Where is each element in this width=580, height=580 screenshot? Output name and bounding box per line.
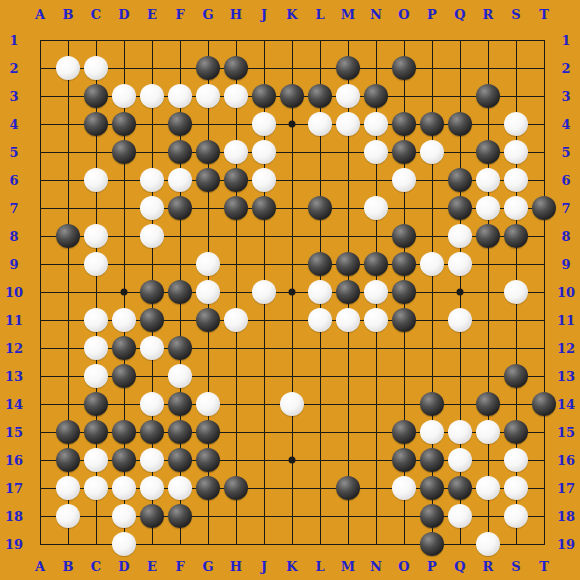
intersection-E18[interactable]	[138, 502, 166, 530]
intersection-E12[interactable]	[138, 334, 166, 362]
intersection-C14[interactable]	[82, 390, 110, 418]
intersection-N10[interactable]	[362, 278, 390, 306]
intersection-E15[interactable]	[138, 418, 166, 446]
intersection-T1[interactable]	[530, 26, 558, 54]
intersection-M19[interactable]	[334, 530, 362, 558]
intersection-T9[interactable]	[530, 250, 558, 278]
intersection-H15[interactable]	[222, 418, 250, 446]
intersection-H9[interactable]	[222, 250, 250, 278]
intersection-R8[interactable]	[474, 222, 502, 250]
intersection-D4[interactable]	[110, 110, 138, 138]
intersection-D5[interactable]	[110, 138, 138, 166]
intersection-C16[interactable]	[82, 446, 110, 474]
intersection-A1[interactable]	[26, 26, 54, 54]
intersection-P1[interactable]	[418, 26, 446, 54]
intersection-C3[interactable]	[82, 82, 110, 110]
intersection-T5[interactable]	[530, 138, 558, 166]
intersection-E17[interactable]	[138, 474, 166, 502]
intersection-S4[interactable]	[502, 110, 530, 138]
intersection-K13[interactable]	[278, 362, 306, 390]
intersection-B15[interactable]	[54, 418, 82, 446]
intersection-C4[interactable]	[82, 110, 110, 138]
intersection-S8[interactable]	[502, 222, 530, 250]
intersection-H19[interactable]	[222, 530, 250, 558]
intersection-T16[interactable]	[530, 446, 558, 474]
intersection-C6[interactable]	[82, 166, 110, 194]
intersection-N11[interactable]	[362, 306, 390, 334]
intersection-B17[interactable]	[54, 474, 82, 502]
intersection-J4[interactable]	[250, 110, 278, 138]
intersection-N8[interactable]	[362, 222, 390, 250]
intersection-M16[interactable]	[334, 446, 362, 474]
intersection-B19[interactable]	[54, 530, 82, 558]
intersection-O14[interactable]	[390, 390, 418, 418]
intersection-F11[interactable]	[166, 306, 194, 334]
intersection-N1[interactable]	[362, 26, 390, 54]
intersection-C13[interactable]	[82, 362, 110, 390]
intersection-Q2[interactable]	[446, 54, 474, 82]
intersection-K12[interactable]	[278, 334, 306, 362]
intersection-K9[interactable]	[278, 250, 306, 278]
intersection-O11[interactable]	[390, 306, 418, 334]
intersection-N17[interactable]	[362, 474, 390, 502]
intersection-B16[interactable]	[54, 446, 82, 474]
intersection-Q3[interactable]	[446, 82, 474, 110]
intersection-E8[interactable]	[138, 222, 166, 250]
intersection-N18[interactable]	[362, 502, 390, 530]
intersection-T18[interactable]	[530, 502, 558, 530]
intersection-C2[interactable]	[82, 54, 110, 82]
intersection-B6[interactable]	[54, 166, 82, 194]
intersection-T6[interactable]	[530, 166, 558, 194]
intersection-R7[interactable]	[474, 194, 502, 222]
intersection-M18[interactable]	[334, 502, 362, 530]
intersection-K17[interactable]	[278, 474, 306, 502]
intersection-J6[interactable]	[250, 166, 278, 194]
intersection-G16[interactable]	[194, 446, 222, 474]
intersection-P3[interactable]	[418, 82, 446, 110]
intersection-P7[interactable]	[418, 194, 446, 222]
intersection-O5[interactable]	[390, 138, 418, 166]
intersection-K4[interactable]	[278, 110, 306, 138]
intersection-R14[interactable]	[474, 390, 502, 418]
intersection-S5[interactable]	[502, 138, 530, 166]
intersection-A13[interactable]	[26, 362, 54, 390]
intersection-E6[interactable]	[138, 166, 166, 194]
intersection-C9[interactable]	[82, 250, 110, 278]
intersection-F5[interactable]	[166, 138, 194, 166]
intersection-A6[interactable]	[26, 166, 54, 194]
intersection-C5[interactable]	[82, 138, 110, 166]
intersection-G6[interactable]	[194, 166, 222, 194]
intersection-M2[interactable]	[334, 54, 362, 82]
intersection-R11[interactable]	[474, 306, 502, 334]
intersection-R1[interactable]	[474, 26, 502, 54]
intersection-B1[interactable]	[54, 26, 82, 54]
intersection-H12[interactable]	[222, 334, 250, 362]
intersection-K18[interactable]	[278, 502, 306, 530]
intersection-P5[interactable]	[418, 138, 446, 166]
intersection-O1[interactable]	[390, 26, 418, 54]
intersection-A9[interactable]	[26, 250, 54, 278]
intersection-D16[interactable]	[110, 446, 138, 474]
intersection-C12[interactable]	[82, 334, 110, 362]
intersection-F1[interactable]	[166, 26, 194, 54]
intersection-S15[interactable]	[502, 418, 530, 446]
intersection-Q6[interactable]	[446, 166, 474, 194]
intersection-J2[interactable]	[250, 54, 278, 82]
intersection-O2[interactable]	[390, 54, 418, 82]
intersection-G4[interactable]	[194, 110, 222, 138]
intersection-Q17[interactable]	[446, 474, 474, 502]
intersection-P19[interactable]	[418, 530, 446, 558]
intersection-S19[interactable]	[502, 530, 530, 558]
intersection-R9[interactable]	[474, 250, 502, 278]
intersection-R5[interactable]	[474, 138, 502, 166]
intersection-H2[interactable]	[222, 54, 250, 82]
intersection-L5[interactable]	[306, 138, 334, 166]
intersection-Q11[interactable]	[446, 306, 474, 334]
intersection-N15[interactable]	[362, 418, 390, 446]
intersection-G5[interactable]	[194, 138, 222, 166]
intersection-O3[interactable]	[390, 82, 418, 110]
intersection-C15[interactable]	[82, 418, 110, 446]
intersection-J18[interactable]	[250, 502, 278, 530]
intersection-C7[interactable]	[82, 194, 110, 222]
intersection-G7[interactable]	[194, 194, 222, 222]
intersection-P13[interactable]	[418, 362, 446, 390]
intersection-H1[interactable]	[222, 26, 250, 54]
intersection-J16[interactable]	[250, 446, 278, 474]
intersection-T12[interactable]	[530, 334, 558, 362]
intersection-F14[interactable]	[166, 390, 194, 418]
intersection-S1[interactable]	[502, 26, 530, 54]
intersection-Q18[interactable]	[446, 502, 474, 530]
intersection-M7[interactable]	[334, 194, 362, 222]
intersection-Q16[interactable]	[446, 446, 474, 474]
intersection-L17[interactable]	[306, 474, 334, 502]
intersection-L18[interactable]	[306, 502, 334, 530]
intersection-H10[interactable]	[222, 278, 250, 306]
intersection-F8[interactable]	[166, 222, 194, 250]
intersection-A14[interactable]	[26, 390, 54, 418]
intersection-H3[interactable]	[222, 82, 250, 110]
intersection-F9[interactable]	[166, 250, 194, 278]
intersection-E3[interactable]	[138, 82, 166, 110]
intersection-M1[interactable]	[334, 26, 362, 54]
intersection-S7[interactable]	[502, 194, 530, 222]
intersection-Q7[interactable]	[446, 194, 474, 222]
intersection-A16[interactable]	[26, 446, 54, 474]
intersection-S10[interactable]	[502, 278, 530, 306]
intersection-T3[interactable]	[530, 82, 558, 110]
intersection-E14[interactable]	[138, 390, 166, 418]
intersection-E5[interactable]	[138, 138, 166, 166]
intersection-T15[interactable]	[530, 418, 558, 446]
intersection-B4[interactable]	[54, 110, 82, 138]
intersection-O19[interactable]	[390, 530, 418, 558]
intersection-Q12[interactable]	[446, 334, 474, 362]
intersection-M12[interactable]	[334, 334, 362, 362]
intersection-B10[interactable]	[54, 278, 82, 306]
intersection-E10[interactable]	[138, 278, 166, 306]
intersection-Q14[interactable]	[446, 390, 474, 418]
intersection-N7[interactable]	[362, 194, 390, 222]
intersection-J15[interactable]	[250, 418, 278, 446]
intersection-Q9[interactable]	[446, 250, 474, 278]
intersection-C1[interactable]	[82, 26, 110, 54]
intersection-Q1[interactable]	[446, 26, 474, 54]
intersection-K15[interactable]	[278, 418, 306, 446]
intersection-H4[interactable]	[222, 110, 250, 138]
intersection-D14[interactable]	[110, 390, 138, 418]
intersection-H7[interactable]	[222, 194, 250, 222]
intersection-S12[interactable]	[502, 334, 530, 362]
intersection-M13[interactable]	[334, 362, 362, 390]
intersection-Q15[interactable]	[446, 418, 474, 446]
intersection-Q19[interactable]	[446, 530, 474, 558]
intersection-E16[interactable]	[138, 446, 166, 474]
intersection-O8[interactable]	[390, 222, 418, 250]
intersection-G18[interactable]	[194, 502, 222, 530]
intersection-J17[interactable]	[250, 474, 278, 502]
intersection-O6[interactable]	[390, 166, 418, 194]
intersection-R17[interactable]	[474, 474, 502, 502]
intersection-K14[interactable]	[278, 390, 306, 418]
intersection-P18[interactable]	[418, 502, 446, 530]
intersection-O4[interactable]	[390, 110, 418, 138]
intersection-L12[interactable]	[306, 334, 334, 362]
intersection-S3[interactable]	[502, 82, 530, 110]
intersection-C18[interactable]	[82, 502, 110, 530]
intersection-A18[interactable]	[26, 502, 54, 530]
intersection-K8[interactable]	[278, 222, 306, 250]
intersection-E4[interactable]	[138, 110, 166, 138]
intersection-Q10[interactable]	[446, 278, 474, 306]
intersection-A2[interactable]	[26, 54, 54, 82]
intersection-P6[interactable]	[418, 166, 446, 194]
intersection-B8[interactable]	[54, 222, 82, 250]
intersection-N5[interactable]	[362, 138, 390, 166]
intersection-F6[interactable]	[166, 166, 194, 194]
intersection-O9[interactable]	[390, 250, 418, 278]
intersection-B3[interactable]	[54, 82, 82, 110]
intersection-K16[interactable]	[278, 446, 306, 474]
intersection-H5[interactable]	[222, 138, 250, 166]
intersection-H14[interactable]	[222, 390, 250, 418]
intersection-M4[interactable]	[334, 110, 362, 138]
intersection-L8[interactable]	[306, 222, 334, 250]
intersection-F10[interactable]	[166, 278, 194, 306]
intersection-B12[interactable]	[54, 334, 82, 362]
intersection-G19[interactable]	[194, 530, 222, 558]
intersection-B5[interactable]	[54, 138, 82, 166]
intersection-A10[interactable]	[26, 278, 54, 306]
intersection-A15[interactable]	[26, 418, 54, 446]
intersection-K6[interactable]	[278, 166, 306, 194]
intersection-N12[interactable]	[362, 334, 390, 362]
intersection-M15[interactable]	[334, 418, 362, 446]
intersection-P4[interactable]	[418, 110, 446, 138]
intersection-T4[interactable]	[530, 110, 558, 138]
intersection-F16[interactable]	[166, 446, 194, 474]
intersection-K19[interactable]	[278, 530, 306, 558]
intersection-A12[interactable]	[26, 334, 54, 362]
intersection-M6[interactable]	[334, 166, 362, 194]
intersection-F3[interactable]	[166, 82, 194, 110]
intersection-F18[interactable]	[166, 502, 194, 530]
intersection-R12[interactable]	[474, 334, 502, 362]
intersection-R16[interactable]	[474, 446, 502, 474]
intersection-H8[interactable]	[222, 222, 250, 250]
intersection-A3[interactable]	[26, 82, 54, 110]
intersection-N19[interactable]	[362, 530, 390, 558]
intersection-O15[interactable]	[390, 418, 418, 446]
intersection-D2[interactable]	[110, 54, 138, 82]
intersection-H6[interactable]	[222, 166, 250, 194]
intersection-S6[interactable]	[502, 166, 530, 194]
intersection-J9[interactable]	[250, 250, 278, 278]
intersection-Q8[interactable]	[446, 222, 474, 250]
intersection-R10[interactable]	[474, 278, 502, 306]
intersection-K3[interactable]	[278, 82, 306, 110]
intersection-L1[interactable]	[306, 26, 334, 54]
intersection-M3[interactable]	[334, 82, 362, 110]
intersection-F2[interactable]	[166, 54, 194, 82]
intersection-B11[interactable]	[54, 306, 82, 334]
intersection-S11[interactable]	[502, 306, 530, 334]
intersection-S13[interactable]	[502, 362, 530, 390]
intersection-C19[interactable]	[82, 530, 110, 558]
intersection-K2[interactable]	[278, 54, 306, 82]
intersection-T19[interactable]	[530, 530, 558, 558]
intersection-D11[interactable]	[110, 306, 138, 334]
intersection-L2[interactable]	[306, 54, 334, 82]
intersection-F17[interactable]	[166, 474, 194, 502]
intersection-P9[interactable]	[418, 250, 446, 278]
intersection-L10[interactable]	[306, 278, 334, 306]
intersection-F12[interactable]	[166, 334, 194, 362]
intersection-G3[interactable]	[194, 82, 222, 110]
intersection-H17[interactable]	[222, 474, 250, 502]
intersection-G14[interactable]	[194, 390, 222, 418]
intersection-J7[interactable]	[250, 194, 278, 222]
intersection-P10[interactable]	[418, 278, 446, 306]
intersection-B7[interactable]	[54, 194, 82, 222]
intersection-F4[interactable]	[166, 110, 194, 138]
intersection-K11[interactable]	[278, 306, 306, 334]
intersection-D10[interactable]	[110, 278, 138, 306]
intersection-D3[interactable]	[110, 82, 138, 110]
intersection-G17[interactable]	[194, 474, 222, 502]
intersection-E19[interactable]	[138, 530, 166, 558]
intersection-C8[interactable]	[82, 222, 110, 250]
intersection-O18[interactable]	[390, 502, 418, 530]
intersection-C11[interactable]	[82, 306, 110, 334]
intersection-S14[interactable]	[502, 390, 530, 418]
intersection-L19[interactable]	[306, 530, 334, 558]
intersection-E13[interactable]	[138, 362, 166, 390]
intersection-R19[interactable]	[474, 530, 502, 558]
intersection-A19[interactable]	[26, 530, 54, 558]
intersection-E2[interactable]	[138, 54, 166, 82]
intersection-J10[interactable]	[250, 278, 278, 306]
intersection-L16[interactable]	[306, 446, 334, 474]
intersection-L11[interactable]	[306, 306, 334, 334]
intersection-J12[interactable]	[250, 334, 278, 362]
intersection-G2[interactable]	[194, 54, 222, 82]
intersection-T14[interactable]	[530, 390, 558, 418]
intersection-B18[interactable]	[54, 502, 82, 530]
intersection-O12[interactable]	[390, 334, 418, 362]
intersection-M14[interactable]	[334, 390, 362, 418]
intersection-J1[interactable]	[250, 26, 278, 54]
intersection-J8[interactable]	[250, 222, 278, 250]
intersection-A4[interactable]	[26, 110, 54, 138]
intersection-T7[interactable]	[530, 194, 558, 222]
intersection-B13[interactable]	[54, 362, 82, 390]
intersection-P2[interactable]	[418, 54, 446, 82]
intersection-G15[interactable]	[194, 418, 222, 446]
intersection-F19[interactable]	[166, 530, 194, 558]
intersection-N9[interactable]	[362, 250, 390, 278]
intersection-L14[interactable]	[306, 390, 334, 418]
intersection-T13[interactable]	[530, 362, 558, 390]
intersection-N14[interactable]	[362, 390, 390, 418]
intersection-O16[interactable]	[390, 446, 418, 474]
intersection-P14[interactable]	[418, 390, 446, 418]
intersection-J19[interactable]	[250, 530, 278, 558]
intersection-M5[interactable]	[334, 138, 362, 166]
intersection-E9[interactable]	[138, 250, 166, 278]
intersection-L4[interactable]	[306, 110, 334, 138]
intersection-K1[interactable]	[278, 26, 306, 54]
intersection-N16[interactable]	[362, 446, 390, 474]
intersection-L13[interactable]	[306, 362, 334, 390]
intersection-T17[interactable]	[530, 474, 558, 502]
intersection-J14[interactable]	[250, 390, 278, 418]
intersection-O17[interactable]	[390, 474, 418, 502]
intersection-E7[interactable]	[138, 194, 166, 222]
intersection-L9[interactable]	[306, 250, 334, 278]
intersection-M8[interactable]	[334, 222, 362, 250]
intersection-Q4[interactable]	[446, 110, 474, 138]
intersection-P12[interactable]	[418, 334, 446, 362]
intersection-J13[interactable]	[250, 362, 278, 390]
intersection-D1[interactable]	[110, 26, 138, 54]
intersection-O10[interactable]	[390, 278, 418, 306]
intersection-Q5[interactable]	[446, 138, 474, 166]
intersection-P8[interactable]	[418, 222, 446, 250]
intersection-D18[interactable]	[110, 502, 138, 530]
intersection-F7[interactable]	[166, 194, 194, 222]
intersection-A5[interactable]	[26, 138, 54, 166]
intersection-E11[interactable]	[138, 306, 166, 334]
intersection-J3[interactable]	[250, 82, 278, 110]
intersection-R4[interactable]	[474, 110, 502, 138]
intersection-J5[interactable]	[250, 138, 278, 166]
intersection-R13[interactable]	[474, 362, 502, 390]
intersection-S16[interactable]	[502, 446, 530, 474]
intersection-M9[interactable]	[334, 250, 362, 278]
intersection-D8[interactable]	[110, 222, 138, 250]
intersection-M10[interactable]	[334, 278, 362, 306]
intersection-P16[interactable]	[418, 446, 446, 474]
intersection-A11[interactable]	[26, 306, 54, 334]
intersection-A7[interactable]	[26, 194, 54, 222]
intersection-T10[interactable]	[530, 278, 558, 306]
intersection-R3[interactable]	[474, 82, 502, 110]
